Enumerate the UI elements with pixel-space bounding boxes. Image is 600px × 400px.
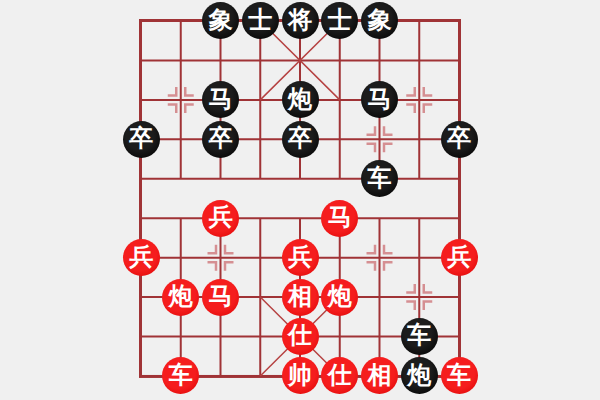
board-point-5-7: 炮 — [320, 277, 360, 316]
piece-glyph: 马 — [328, 205, 352, 229]
piece-red-chariot[interactable]: 车 — [162, 357, 199, 394]
piece-glyph: 车 — [169, 363, 193, 387]
board-point-8-3: 卒 — [439, 120, 479, 159]
piece-glyph: 仕 — [288, 323, 312, 347]
piece-red-soldier[interactable]: 兵 — [282, 239, 319, 276]
piece-red-soldier[interactable]: 兵 — [441, 239, 478, 276]
piece-red-advisor[interactable]: 仕 — [321, 357, 358, 394]
piece-glyph: 车 — [368, 166, 392, 190]
board-point-2-5: 兵 — [201, 198, 241, 237]
piece-glyph: 炮 — [407, 363, 431, 387]
piece-glyph: 士 — [328, 8, 352, 32]
piece-glyph: 象 — [368, 8, 392, 32]
board-point-4-2: 炮 — [280, 80, 320, 119]
board-point-4-6: 兵 — [280, 238, 320, 277]
piece-glyph: 卒 — [129, 126, 153, 150]
board-point-4-9: 帅 — [280, 356, 320, 395]
board-point-7-8: 车 — [399, 317, 439, 356]
board-point-4-0: 将 — [280, 1, 320, 40]
board-point-0-6: 兵 — [121, 238, 161, 277]
piece-glyph: 炮 — [288, 87, 312, 111]
piece-glyph: 帅 — [288, 363, 312, 387]
board-point-4-8: 仕 — [280, 317, 320, 356]
piece-black-advisor[interactable]: 士 — [242, 2, 279, 39]
piece-black-elephant[interactable]: 象 — [361, 2, 398, 39]
piece-black-horse[interactable]: 马 — [202, 81, 239, 118]
board-point-1-7: 炮 — [161, 277, 201, 316]
piece-black-cannon[interactable]: 炮 — [282, 81, 319, 118]
piece-glyph: 兵 — [129, 245, 153, 269]
board-point-4-3: 卒 — [280, 120, 320, 159]
piece-glyph: 炮 — [169, 284, 193, 308]
piece-glyph: 车 — [447, 363, 471, 387]
piece-black-soldier[interactable]: 卒 — [202, 121, 239, 158]
piece-red-soldier[interactable]: 兵 — [123, 239, 160, 276]
piece-glyph: 马 — [209, 87, 233, 111]
piece-glyph: 卒 — [209, 126, 233, 150]
piece-glyph: 炮 — [328, 284, 352, 308]
piece-red-soldier[interactable]: 兵 — [202, 200, 239, 237]
piece-glyph: 仕 — [328, 363, 352, 387]
piece-red-horse[interactable]: 马 — [321, 200, 358, 237]
piece-glyph: 马 — [209, 284, 233, 308]
board-point-5-5: 马 — [320, 198, 360, 237]
board-point-5-0: 士 — [320, 1, 360, 40]
piece-black-cannon[interactable]: 炮 — [401, 357, 438, 394]
board-point-3-0: 士 — [240, 1, 280, 40]
board-point-2-7: 马 — [201, 277, 241, 316]
board-point-2-2: 马 — [201, 80, 241, 119]
piece-black-chariot[interactable]: 车 — [361, 160, 398, 197]
board-point-5-9: 仕 — [320, 356, 360, 395]
piece-red-cannon[interactable]: 炮 — [162, 279, 199, 316]
xiangqi-board-screen: 象士将士象马炮马卒卒卒卒车车炮兵马兵兵兵炮马相炮仕车帅仕相车 — [0, 0, 600, 400]
piece-black-soldier[interactable]: 卒 — [282, 121, 319, 158]
xiangqi-board[interactable]: 象士将士象马炮马卒卒卒卒车车炮兵马兵兵兵炮马相炮仕车帅仕相车 — [121, 1, 479, 395]
board-point-8-9: 车 — [439, 356, 479, 395]
piece-black-advisor[interactable]: 士 — [321, 2, 358, 39]
piece-glyph: 卒 — [288, 126, 312, 150]
piece-black-elephant[interactable]: 象 — [202, 2, 239, 39]
piece-glyph: 相 — [368, 363, 392, 387]
piece-black-general[interactable]: 将 — [282, 2, 319, 39]
piece-red-horse[interactable]: 马 — [202, 279, 239, 316]
board-point-1-9: 车 — [161, 356, 201, 395]
board-point-0-3: 卒 — [121, 120, 161, 159]
board-point-2-3: 卒 — [201, 120, 241, 159]
piece-glyph: 车 — [407, 323, 431, 347]
piece-red-advisor[interactable]: 仕 — [282, 318, 319, 355]
board-point-8-6: 兵 — [439, 238, 479, 277]
piece-black-horse[interactable]: 马 — [361, 81, 398, 118]
piece-black-chariot[interactable]: 车 — [401, 318, 438, 355]
board-point-4-7: 相 — [280, 277, 320, 316]
piece-red-chariot[interactable]: 车 — [441, 357, 478, 394]
board-point-6-0: 象 — [360, 1, 400, 40]
piece-glyph: 相 — [288, 284, 312, 308]
board-point-6-2: 马 — [360, 80, 400, 119]
board-point-6-9: 相 — [360, 356, 400, 395]
piece-glyph: 兵 — [209, 205, 233, 229]
piece-red-elephant[interactable]: 相 — [282, 279, 319, 316]
piece-glyph: 将 — [288, 8, 312, 32]
piece-glyph: 卒 — [447, 126, 471, 150]
piece-glyph: 兵 — [447, 245, 471, 269]
piece-glyph: 兵 — [288, 245, 312, 269]
board-point-2-0: 象 — [201, 1, 241, 40]
piece-glyph: 马 — [368, 87, 392, 111]
board-point-7-9: 炮 — [399, 356, 439, 395]
piece-black-soldier[interactable]: 卒 — [441, 121, 478, 158]
piece-glyph: 象 — [209, 8, 233, 32]
piece-red-elephant[interactable]: 相 — [361, 357, 398, 394]
piece-red-general[interactable]: 帅 — [282, 357, 319, 394]
piece-black-soldier[interactable]: 卒 — [123, 121, 160, 158]
piece-red-cannon[interactable]: 炮 — [321, 279, 358, 316]
board-point-6-4: 车 — [360, 159, 400, 198]
piece-glyph: 士 — [248, 8, 272, 32]
